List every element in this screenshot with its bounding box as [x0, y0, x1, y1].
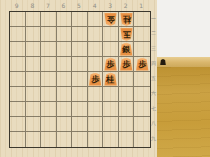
board-cell-6-6[interactable]: [57, 87, 73, 102]
board-cell-1-8[interactable]: [134, 117, 150, 132]
board-cell-8-9[interactable]: [26, 132, 42, 147]
board-cell-5-9[interactable]: [72, 132, 88, 147]
board-cell-7-2[interactable]: [41, 27, 57, 42]
piece-king-gote[interactable]: 玉: [120, 28, 133, 41]
board-cell-3-2[interactable]: [103, 27, 119, 42]
board-cell-3-5[interactable]: 桂: [103, 72, 119, 87]
board-cell-2-7[interactable]: [119, 102, 135, 117]
file-label: 9: [9, 1, 25, 10]
board-cell-2-1[interactable]: 桂: [119, 12, 135, 27]
shogi-board-area: 987654321 金桂玉銀歩歩歩歩桂 一二三四五六七八九: [0, 0, 157, 157]
rank-label: 一: [150, 12, 156, 26]
board-cell-3-4[interactable]: 歩: [103, 57, 119, 72]
board-cell-4-4[interactable]: [88, 57, 104, 72]
board-cell-6-8[interactable]: [57, 117, 73, 132]
rank-coordinate-labels: 一二三四五六七八九: [150, 11, 157, 146]
board-cell-6-9[interactable]: [57, 132, 73, 147]
file-label: 3: [102, 1, 118, 10]
board-cell-3-1[interactable]: 金: [103, 12, 119, 27]
board-cell-4-8[interactable]: [88, 117, 104, 132]
board-cell-6-4[interactable]: [57, 57, 73, 72]
piece-kanji: 桂: [107, 73, 115, 85]
board-cell-4-6[interactable]: [88, 87, 104, 102]
board-cell-1-4[interactable]: 歩: [134, 57, 150, 72]
board-cell-5-8[interactable]: [72, 117, 88, 132]
rank-label: 二: [150, 27, 156, 41]
rank-label: 七: [150, 102, 156, 116]
rank-label: 三: [150, 42, 156, 56]
board-cell-1-2[interactable]: [134, 27, 150, 42]
board-cell-9-5[interactable]: [10, 72, 26, 87]
board-cell-1-3[interactable]: [134, 42, 150, 57]
board-cell-2-8[interactable]: [119, 117, 135, 132]
piece-pawn-sente[interactable]: 歩: [104, 58, 117, 71]
board-cell-7-1[interactable]: [41, 12, 57, 27]
board-cell-5-5[interactable]: [72, 72, 88, 87]
board-cell-9-6[interactable]: [10, 87, 26, 102]
rank-label: 四: [150, 57, 156, 71]
board-cell-6-1[interactable]: [57, 12, 73, 27]
board-cell-7-4[interactable]: [41, 57, 57, 72]
board-cell-1-6[interactable]: [134, 87, 150, 102]
board-cell-6-2[interactable]: [57, 27, 73, 42]
board-cell-2-3[interactable]: 銀: [119, 42, 135, 57]
piece-kanji: 歩: [122, 58, 130, 70]
piece-kanji: 銀: [122, 43, 130, 55]
board-cell-5-2[interactable]: [72, 27, 88, 42]
board-cell-3-3[interactable]: [103, 42, 119, 57]
board-cell-2-9[interactable]: [119, 132, 135, 147]
shogi-app-screen: 987654321 金桂玉銀歩歩歩歩桂 一二三四五六七八九: [0, 0, 210, 157]
file-label: 5: [71, 1, 87, 10]
board-cell-6-7[interactable]: [57, 102, 73, 117]
board-cell-5-4[interactable]: [72, 57, 88, 72]
board-cell-7-5[interactable]: [41, 72, 57, 87]
sente-piece-icon: [160, 59, 166, 65]
board-cell-4-5[interactable]: 歩: [88, 72, 104, 87]
piece-kanji: 桂: [122, 13, 130, 25]
piece-kanji: 歩: [138, 58, 146, 70]
rank-label: 六: [150, 87, 156, 101]
piece-pawn-sente[interactable]: 歩: [89, 73, 102, 86]
file-label: 2: [118, 1, 134, 10]
sente-hand-panel: [157, 0, 210, 157]
piece-knight-gote[interactable]: 桂: [120, 13, 133, 26]
board-cell-6-3[interactable]: [57, 42, 73, 57]
board-cell-1-9[interactable]: [134, 132, 150, 147]
board-cell-9-3[interactable]: [10, 42, 26, 57]
board-cell-8-7[interactable]: [26, 102, 42, 117]
file-label: 6: [56, 1, 72, 10]
board-cell-8-4[interactable]: [26, 57, 42, 72]
board-cell-7-9[interactable]: [41, 132, 57, 147]
board-cell-9-1[interactable]: [10, 12, 26, 27]
file-label: 7: [40, 1, 56, 10]
board-cell-9-7[interactable]: [10, 102, 26, 117]
board-cell-3-8[interactable]: [103, 117, 119, 132]
board-cell-7-8[interactable]: [41, 117, 57, 132]
file-coordinate-labels: 987654321: [9, 1, 149, 10]
piece-kanji: 金: [107, 13, 115, 25]
board-cell-2-2[interactable]: 玉: [119, 27, 135, 42]
piece-pawn-sente[interactable]: 歩: [120, 58, 133, 71]
board-cell-1-1[interactable]: [134, 12, 150, 27]
file-label: 8: [25, 1, 41, 10]
piece-pawn-sente[interactable]: 歩: [136, 58, 149, 71]
piece-kanji: 玉: [122, 28, 130, 40]
hand-panel-header: [157, 57, 210, 67]
board-cell-3-6[interactable]: [103, 87, 119, 102]
board-cell-8-8[interactable]: [26, 117, 42, 132]
board-cell-4-9[interactable]: [88, 132, 104, 147]
board-cell-4-7[interactable]: [88, 102, 104, 117]
board-cell-8-3[interactable]: [26, 42, 42, 57]
rank-label: 八: [150, 117, 156, 131]
piece-kanji: 歩: [107, 58, 115, 70]
board-cell-8-1[interactable]: [26, 12, 42, 27]
piece-knight-sente[interactable]: 桂: [104, 73, 117, 86]
board-cell-1-7[interactable]: [134, 102, 150, 117]
board-cell-1-5[interactable]: [134, 72, 150, 87]
board-cell-6-5[interactable]: [57, 72, 73, 87]
board-cell-9-8[interactable]: [10, 117, 26, 132]
board-cell-4-1[interactable]: [88, 12, 104, 27]
board-cell-5-6[interactable]: [72, 87, 88, 102]
board-cell-8-5[interactable]: [26, 72, 42, 87]
board-cell-9-9[interactable]: [10, 132, 26, 147]
board-cell-4-3[interactable]: [88, 42, 104, 57]
piece-silver-sente[interactable]: 銀: [120, 43, 133, 56]
board-cell-7-7[interactable]: [41, 102, 57, 117]
board-cell-4-2[interactable]: [88, 27, 104, 42]
board-cell-7-3[interactable]: [41, 42, 57, 57]
board-cell-5-7[interactable]: [72, 102, 88, 117]
file-label: 4: [87, 1, 103, 10]
board-cell-9-2[interactable]: [10, 27, 26, 42]
shogi-board-grid[interactable]: 金桂玉銀歩歩歩歩桂: [9, 11, 151, 148]
board-cell-5-1[interactable]: [72, 12, 88, 27]
board-cell-9-4[interactable]: [10, 57, 26, 72]
file-label: 1: [134, 1, 150, 10]
board-cell-3-9[interactable]: [103, 132, 119, 147]
rank-label: 九: [150, 132, 156, 146]
piece-kanji: 歩: [91, 73, 99, 85]
board-cell-2-5[interactable]: [119, 72, 135, 87]
board-cell-2-6[interactable]: [119, 87, 135, 102]
board-cell-8-6[interactable]: [26, 87, 42, 102]
board-cell-2-4[interactable]: 歩: [119, 57, 135, 72]
piece-gold-gote[interactable]: 金: [104, 13, 117, 26]
captured-pieces-stand: [157, 67, 210, 157]
board-cell-8-2[interactable]: [26, 27, 42, 42]
rank-label: 五: [150, 72, 156, 86]
board-cell-3-7[interactable]: [103, 102, 119, 117]
board-cell-5-3[interactable]: [72, 42, 88, 57]
board-cell-7-6[interactable]: [41, 87, 57, 102]
